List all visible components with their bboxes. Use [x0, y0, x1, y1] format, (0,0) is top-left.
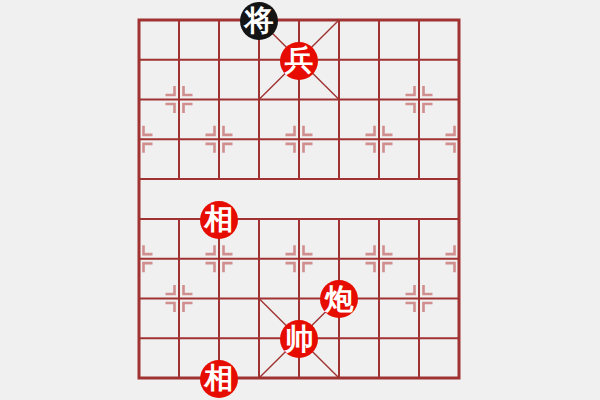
xiangqi-screen: 将兵相炮帅相 [0, 0, 600, 400]
piece-red-elephant[interactable]: 相 [200, 201, 238, 239]
piece-red-cannon[interactable]: 炮 [320, 280, 358, 318]
piece-black-general[interactable]: 将 [240, 2, 278, 40]
piece-red-general[interactable]: 帅 [280, 320, 318, 358]
piece-red-elephant[interactable]: 相 [200, 360, 238, 398]
xiangqi-board-grid: 将兵相炮帅相 [119, 1, 479, 399]
piece-red-soldier[interactable]: 兵 [280, 42, 318, 80]
